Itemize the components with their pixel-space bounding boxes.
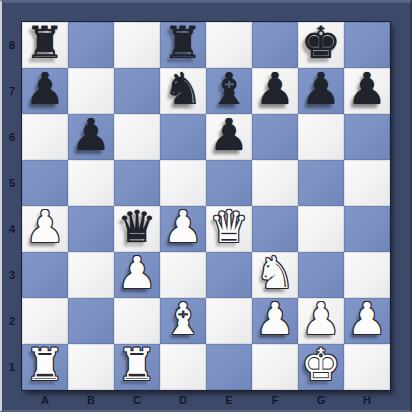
- square-d7[interactable]: ♞: [160, 68, 206, 114]
- square-c8[interactable]: [114, 22, 160, 68]
- black-pawn[interactable]: ♟: [347, 67, 386, 111]
- white-rook[interactable]: ♜: [25, 343, 64, 387]
- square-b5[interactable]: [68, 160, 114, 206]
- square-a6[interactable]: [22, 114, 68, 160]
- white-pawn[interactable]: ♟: [347, 297, 386, 341]
- rank-label-4: 4: [2, 206, 22, 252]
- square-b3[interactable]: [68, 252, 114, 298]
- file-label-b: B: [68, 390, 114, 410]
- square-f3[interactable]: ♞: [252, 252, 298, 298]
- black-pawn[interactable]: ♟: [209, 113, 248, 157]
- square-g4[interactable]: [298, 206, 344, 252]
- square-a3[interactable]: [22, 252, 68, 298]
- white-pawn[interactable]: ♟: [255, 297, 294, 341]
- black-queen[interactable]: ♛: [117, 205, 156, 249]
- file-label-d: D: [160, 390, 206, 410]
- black-rook[interactable]: ♜: [25, 21, 64, 65]
- file-label-h: H: [344, 390, 390, 410]
- black-pawn[interactable]: ♟: [71, 113, 110, 157]
- rank-label-6: 6: [2, 114, 22, 160]
- square-f6[interactable]: [252, 114, 298, 160]
- square-c7[interactable]: [114, 68, 160, 114]
- square-h7[interactable]: ♟: [344, 68, 390, 114]
- white-pawn[interactable]: ♟: [117, 251, 156, 295]
- square-b4[interactable]: [68, 206, 114, 252]
- rank-label-8: 8: [2, 22, 22, 68]
- rank-labels: 87654321: [2, 22, 22, 390]
- square-c2[interactable]: [114, 298, 160, 344]
- square-f2[interactable]: ♟: [252, 298, 298, 344]
- square-a4[interactable]: ♟: [22, 206, 68, 252]
- square-d5[interactable]: [160, 160, 206, 206]
- file-labels: ABCDEFGH: [22, 390, 390, 410]
- square-h6[interactable]: [344, 114, 390, 160]
- square-g8[interactable]: ♚: [298, 22, 344, 68]
- white-pawn[interactable]: ♟: [163, 205, 202, 249]
- square-b7[interactable]: [68, 68, 114, 114]
- square-f5[interactable]: [252, 160, 298, 206]
- square-d1[interactable]: [160, 344, 206, 390]
- square-h1[interactable]: [344, 344, 390, 390]
- square-b2[interactable]: [68, 298, 114, 344]
- black-pawn[interactable]: ♟: [255, 67, 294, 111]
- square-e7[interactable]: ♝: [206, 68, 252, 114]
- rank-label-2: 2: [2, 298, 22, 344]
- square-e1[interactable]: [206, 344, 252, 390]
- square-b8[interactable]: [68, 22, 114, 68]
- square-e8[interactable]: [206, 22, 252, 68]
- square-d2[interactable]: ♝: [160, 298, 206, 344]
- square-e2[interactable]: [206, 298, 252, 344]
- square-f4[interactable]: [252, 206, 298, 252]
- square-f7[interactable]: ♟: [252, 68, 298, 114]
- square-c6[interactable]: [114, 114, 160, 160]
- square-a5[interactable]: [22, 160, 68, 206]
- square-g6[interactable]: [298, 114, 344, 160]
- square-d4[interactable]: ♟: [160, 206, 206, 252]
- white-king[interactable]: ♚: [301, 343, 340, 387]
- square-d8[interactable]: ♜: [160, 22, 206, 68]
- square-a1[interactable]: ♜: [22, 344, 68, 390]
- square-d6[interactable]: [160, 114, 206, 160]
- rank-label-5: 5: [2, 160, 22, 206]
- square-a7[interactable]: ♟: [22, 68, 68, 114]
- white-knight[interactable]: ♞: [255, 251, 294, 295]
- file-label-a: A: [22, 390, 68, 410]
- square-c4[interactable]: ♛: [114, 206, 160, 252]
- file-label-f: F: [252, 390, 298, 410]
- square-g1[interactable]: ♚: [298, 344, 344, 390]
- square-f8[interactable]: [252, 22, 298, 68]
- square-e4[interactable]: ♛: [206, 206, 252, 252]
- rank-label-3: 3: [2, 252, 22, 298]
- black-pawn[interactable]: ♟: [25, 67, 64, 111]
- square-g2[interactable]: ♟: [298, 298, 344, 344]
- square-h4[interactable]: [344, 206, 390, 252]
- file-label-g: G: [298, 390, 344, 410]
- black-knight[interactable]: ♞: [163, 67, 202, 111]
- square-b1[interactable]: [68, 344, 114, 390]
- white-pawn[interactable]: ♟: [25, 205, 64, 249]
- black-pawn[interactable]: ♟: [301, 67, 340, 111]
- square-d3[interactable]: [160, 252, 206, 298]
- black-bishop[interactable]: ♝: [209, 67, 248, 111]
- square-e6[interactable]: ♟: [206, 114, 252, 160]
- square-g3[interactable]: [298, 252, 344, 298]
- black-rook[interactable]: ♜: [163, 21, 202, 65]
- file-label-e: E: [206, 390, 252, 410]
- square-e3[interactable]: [206, 252, 252, 298]
- rank-label-1: 1: [2, 344, 22, 390]
- square-c1[interactable]: ♜: [114, 344, 160, 390]
- white-queen[interactable]: ♛: [209, 205, 248, 249]
- square-h5[interactable]: [344, 160, 390, 206]
- square-c3[interactable]: ♟: [114, 252, 160, 298]
- square-g5[interactable]: [298, 160, 344, 206]
- chessboard-frame: 87654321 ♜♜♚♟♞♝♟♟♟♟♟♟♛♟♛♟♞♝♟♟♟♜♜♚ ABCDEF…: [0, 0, 412, 412]
- square-g7[interactable]: ♟: [298, 68, 344, 114]
- square-h3[interactable]: [344, 252, 390, 298]
- rank-label-7: 7: [2, 68, 22, 114]
- square-b6[interactable]: ♟: [68, 114, 114, 160]
- square-f1[interactable]: [252, 344, 298, 390]
- square-a2[interactable]: [22, 298, 68, 344]
- square-a8[interactable]: ♜: [22, 22, 68, 68]
- white-bishop[interactable]: ♝: [163, 297, 202, 341]
- square-e5[interactable]: [206, 160, 252, 206]
- file-label-c: C: [114, 390, 160, 410]
- black-king[interactable]: ♚: [301, 21, 340, 65]
- square-c5[interactable]: [114, 160, 160, 206]
- white-rook[interactable]: ♜: [117, 343, 156, 387]
- square-h2[interactable]: ♟: [344, 298, 390, 344]
- white-pawn[interactable]: ♟: [301, 297, 340, 341]
- square-h8[interactable]: [344, 22, 390, 68]
- board: ♜♜♚♟♞♝♟♟♟♟♟♟♛♟♛♟♞♝♟♟♟♜♜♚: [22, 22, 390, 390]
